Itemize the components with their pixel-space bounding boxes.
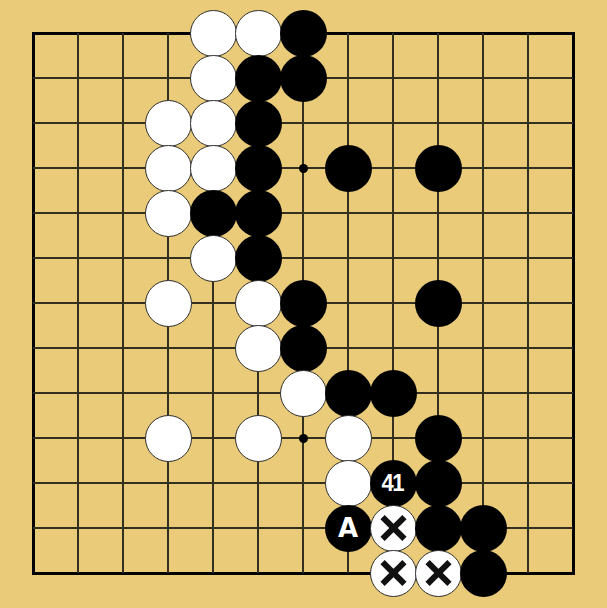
goban[interactable]: 41A: [0, 0, 607, 608]
white-stone[interactable]: [190, 235, 237, 282]
white-stone[interactable]: [235, 415, 282, 462]
black-stone[interactable]: [235, 100, 282, 147]
white-stone[interactable]: [235, 280, 282, 327]
white-stone[interactable]: [370, 550, 417, 597]
x-mark-icon: [378, 513, 409, 544]
white-stone[interactable]: [280, 370, 327, 417]
stone-label: 41: [382, 472, 405, 495]
black-stone[interactable]: [415, 460, 462, 507]
black-stone[interactable]: [280, 55, 327, 102]
grid-line-vertical: [482, 33, 484, 573]
stone-label: A: [338, 515, 358, 541]
black-stone[interactable]: [280, 325, 327, 372]
go-diagram-page: 41A: [0, 0, 607, 608]
white-stone[interactable]: [325, 415, 372, 462]
white-stone[interactable]: [190, 55, 237, 102]
grid-line-vertical: [527, 33, 529, 573]
white-stone[interactable]: [325, 460, 372, 507]
black-stone[interactable]: [235, 55, 282, 102]
black-stone[interactable]: [460, 550, 507, 597]
white-stone[interactable]: [145, 415, 192, 462]
black-stone[interactable]: [235, 145, 282, 192]
black-stone[interactable]: 41: [370, 460, 417, 507]
black-stone[interactable]: [415, 415, 462, 462]
white-stone[interactable]: [145, 145, 192, 192]
white-stone[interactable]: [415, 550, 462, 597]
star-point: [299, 164, 308, 173]
white-stone[interactable]: [145, 190, 192, 237]
x-mark-icon: [423, 558, 454, 589]
black-stone[interactable]: [280, 280, 327, 327]
white-stone[interactable]: [235, 10, 282, 57]
black-stone[interactable]: [190, 190, 237, 237]
black-stone[interactable]: [235, 235, 282, 282]
white-stone[interactable]: [190, 10, 237, 57]
black-stone[interactable]: [235, 190, 282, 237]
x-mark-icon: [378, 558, 409, 589]
white-stone[interactable]: [145, 280, 192, 327]
white-stone[interactable]: [190, 145, 237, 192]
black-stone[interactable]: [325, 145, 372, 192]
white-stone[interactable]: [145, 100, 192, 147]
black-stone[interactable]: [415, 505, 462, 552]
grid-line-horizontal: [33, 482, 573, 484]
black-stone[interactable]: [325, 370, 372, 417]
white-stone[interactable]: [370, 505, 417, 552]
black-stone[interactable]: [280, 10, 327, 57]
star-point: [299, 434, 308, 443]
black-stone[interactable]: [370, 370, 417, 417]
white-stone[interactable]: [235, 325, 282, 372]
white-stone[interactable]: [190, 100, 237, 147]
black-stone[interactable]: A: [325, 505, 372, 552]
black-stone[interactable]: [415, 280, 462, 327]
black-stone[interactable]: [415, 145, 462, 192]
black-stone[interactable]: [460, 505, 507, 552]
